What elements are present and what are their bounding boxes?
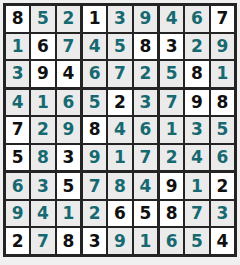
cell-r9c1[interactable]: 2 <box>6 228 29 254</box>
cell-r7c2[interactable]: 3 <box>31 173 54 199</box>
sudoku-box-4: 523846917 <box>83 90 157 171</box>
cell-r4c9[interactable]: 8 <box>211 90 234 116</box>
cell-r8c8[interactable]: 7 <box>185 201 208 227</box>
cell-r7c1[interactable]: 6 <box>6 173 29 199</box>
cell-r6c3[interactable]: 3 <box>57 145 80 171</box>
cell-r3c6[interactable]: 2 <box>134 61 157 87</box>
cell-r4c7[interactable]: 7 <box>160 90 183 116</box>
cell-r8c4[interactable]: 2 <box>83 201 106 227</box>
cell-r7c8[interactable]: 1 <box>185 173 208 199</box>
cell-r3c4[interactable]: 6 <box>83 61 106 87</box>
cell-r7c5[interactable]: 8 <box>108 173 131 199</box>
cell-r6c1[interactable]: 5 <box>6 145 29 171</box>
cell-r3c3[interactable]: 4 <box>57 61 80 87</box>
sudoku-box-6: 635941278 <box>6 173 80 254</box>
cell-r1c6[interactable]: 9 <box>134 6 157 32</box>
cell-r9c7[interactable]: 6 <box>160 228 183 254</box>
cell-r3c5[interactable]: 7 <box>108 61 131 87</box>
cell-r5c4[interactable]: 8 <box>83 117 106 143</box>
cell-r8c9[interactable]: 3 <box>211 201 234 227</box>
cell-r3c7[interactable]: 5 <box>160 61 183 87</box>
cell-r1c1[interactable]: 8 <box>6 6 29 32</box>
cell-r7c4[interactable]: 7 <box>83 173 106 199</box>
cell-r7c7[interactable]: 9 <box>160 173 183 199</box>
cell-r5c1[interactable]: 7 <box>6 117 29 143</box>
cell-r2c7[interactable]: 3 <box>160 34 183 60</box>
sudoku-box-0: 852167394 <box>6 6 80 87</box>
cell-r9c4[interactable]: 3 <box>83 228 106 254</box>
cell-r8c3[interactable]: 1 <box>57 201 80 227</box>
cell-r2c2[interactable]: 6 <box>31 34 54 60</box>
cell-r1c7[interactable]: 4 <box>160 6 183 32</box>
cell-r1c3[interactable]: 2 <box>57 6 80 32</box>
cell-r2c6[interactable]: 8 <box>134 34 157 60</box>
cell-r4c1[interactable]: 4 <box>6 90 29 116</box>
cell-r6c4[interactable]: 9 <box>83 145 106 171</box>
cell-r6c5[interactable]: 1 <box>108 145 131 171</box>
cell-r2c9[interactable]: 9 <box>211 34 234 60</box>
cell-r4c5[interactable]: 2 <box>108 90 131 116</box>
cell-r9c2[interactable]: 7 <box>31 228 54 254</box>
sudoku-box-1: 139458672 <box>83 6 157 87</box>
sudoku-box-7: 784265391 <box>83 173 157 254</box>
cell-r9c8[interactable]: 5 <box>185 228 208 254</box>
sudoku-box-2: 467329581 <box>160 6 234 87</box>
cell-r1c8[interactable]: 6 <box>185 6 208 32</box>
page-background: 8521673941394586724673295814167295835238… <box>0 0 240 265</box>
cell-r1c5[interactable]: 3 <box>108 6 131 32</box>
cell-r2c4[interactable]: 4 <box>83 34 106 60</box>
cell-r9c5[interactable]: 9 <box>108 228 131 254</box>
cell-r1c4[interactable]: 1 <box>83 6 106 32</box>
cell-r4c4[interactable]: 5 <box>83 90 106 116</box>
cell-r5c7[interactable]: 1 <box>160 117 183 143</box>
sudoku-board: 8521673941394586724673295814167295835238… <box>3 3 237 257</box>
sudoku-box-3: 416729583 <box>6 90 80 171</box>
cell-r8c6[interactable]: 5 <box>134 201 157 227</box>
cell-r9c9[interactable]: 4 <box>211 228 234 254</box>
cell-r4c3[interactable]: 6 <box>57 90 80 116</box>
cell-r1c2[interactable]: 5 <box>31 6 54 32</box>
cell-r2c3[interactable]: 7 <box>57 34 80 60</box>
cell-r6c8[interactable]: 4 <box>185 145 208 171</box>
cell-r6c6[interactable]: 7 <box>134 145 157 171</box>
cell-r9c3[interactable]: 8 <box>57 228 80 254</box>
cell-r2c1[interactable]: 1 <box>6 34 29 60</box>
sudoku-box-8: 912873654 <box>160 173 234 254</box>
cell-r9c6[interactable]: 1 <box>134 228 157 254</box>
cell-r8c7[interactable]: 8 <box>160 201 183 227</box>
cell-r1c9[interactable]: 7 <box>211 6 234 32</box>
cell-r4c8[interactable]: 9 <box>185 90 208 116</box>
cell-r6c9[interactable]: 6 <box>211 145 234 171</box>
cell-r5c3[interactable]: 9 <box>57 117 80 143</box>
cell-r3c8[interactable]: 8 <box>185 61 208 87</box>
cell-r5c9[interactable]: 5 <box>211 117 234 143</box>
cell-r8c2[interactable]: 4 <box>31 201 54 227</box>
cell-r7c3[interactable]: 5 <box>57 173 80 199</box>
cell-r6c2[interactable]: 8 <box>31 145 54 171</box>
cell-r5c8[interactable]: 3 <box>185 117 208 143</box>
cell-r7c9[interactable]: 2 <box>211 173 234 199</box>
cell-r3c9[interactable]: 1 <box>211 61 234 87</box>
cell-r6c7[interactable]: 2 <box>160 145 183 171</box>
cell-r5c5[interactable]: 4 <box>108 117 131 143</box>
cell-r4c2[interactable]: 1 <box>31 90 54 116</box>
cell-r2c8[interactable]: 2 <box>185 34 208 60</box>
cell-r2c5[interactable]: 5 <box>108 34 131 60</box>
cell-r3c1[interactable]: 3 <box>6 61 29 87</box>
sudoku-box-5: 798135246 <box>160 90 234 171</box>
cell-r7c6[interactable]: 4 <box>134 173 157 199</box>
cell-r4c6[interactable]: 3 <box>134 90 157 116</box>
cell-r8c5[interactable]: 6 <box>108 201 131 227</box>
cell-r3c2[interactable]: 9 <box>31 61 54 87</box>
cell-r8c1[interactable]: 9 <box>6 201 29 227</box>
cell-r5c6[interactable]: 6 <box>134 117 157 143</box>
cell-r5c2[interactable]: 2 <box>31 117 54 143</box>
